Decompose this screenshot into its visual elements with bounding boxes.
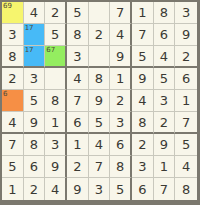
cell-value: 1 <box>73 138 81 151</box>
cell-value: 2 <box>160 116 168 129</box>
sudoku-cell[interactable]: 4 <box>2 112 24 134</box>
cell-value: 9 <box>51 160 59 173</box>
cell-value: 8 <box>51 94 59 107</box>
sudoku-cell[interactable]: 8 <box>175 178 197 200</box>
cell-value: 1 <box>182 94 190 107</box>
pencil-marks: 69 <box>3 2 12 10</box>
sudoku-cell[interactable]: 3 <box>110 112 132 134</box>
cell-value: 5 <box>73 6 81 19</box>
sudoku-cell[interactable]: 8 <box>154 2 176 24</box>
sudoku-cell[interactable]: 3 <box>132 156 154 178</box>
sudoku-cell[interactable]: 7 <box>154 178 176 200</box>
sudoku-cell[interactable]: 5 <box>132 46 154 68</box>
sudoku-cell[interactable]: 5 <box>110 178 132 200</box>
cell-value: 8 <box>116 160 124 173</box>
sudoku-cell[interactable]: 4 <box>24 2 46 24</box>
cell-value: 2 <box>116 94 124 107</box>
sudoku-cell[interactable]: 8 <box>132 112 154 134</box>
sudoku-cell[interactable] <box>89 2 111 24</box>
cell-value: 6 <box>116 138 124 151</box>
sudoku-cell[interactable]: 4 <box>45 178 67 200</box>
cell-value: 1 <box>160 160 168 173</box>
sudoku-cell[interactable]: 2 <box>110 90 132 112</box>
cell-value: 8 <box>8 50 16 63</box>
cell-value: 4 <box>51 183 59 196</box>
sudoku-cell[interactable]: 6 <box>154 24 176 46</box>
sudoku-cell[interactable]: 9 <box>24 112 46 134</box>
pencil-marks: 17 <box>25 24 34 32</box>
sudoku-cell[interactable]: 9 <box>110 46 132 68</box>
pencil-marks: 6 <box>3 90 7 98</box>
cell-value: 8 <box>138 116 146 129</box>
sudoku-cell[interactable]: 17 <box>24 46 46 68</box>
cell-value: 6 <box>138 183 146 196</box>
cell-value: 4 <box>182 160 190 173</box>
sudoku-cell[interactable]: 7 <box>67 90 89 112</box>
cell-value: 7 <box>8 138 16 151</box>
cell-value: 6 <box>160 28 168 41</box>
sudoku-cell[interactable]: 4 <box>67 68 89 90</box>
cell-value: 7 <box>95 160 103 173</box>
sudoku-cell[interactable]: 2 <box>89 24 111 46</box>
sudoku-cell[interactable]: 9 <box>132 68 154 90</box>
sudoku-cell[interactable]: 1 <box>110 68 132 90</box>
sudoku-cell[interactable]: 5 <box>175 134 197 156</box>
cell-value: 1 <box>116 72 124 85</box>
cell-value: 3 <box>51 138 59 151</box>
cell-value: 9 <box>138 72 146 85</box>
cell-value: 5 <box>8 160 16 173</box>
cell-value: 7 <box>182 116 190 129</box>
sudoku-cell[interactable]: 2 <box>154 112 176 134</box>
cell-value: 7 <box>116 6 124 19</box>
cell-value: 4 <box>8 116 16 129</box>
sudoku-cell[interactable]: 4 <box>132 90 154 112</box>
cell-value: 3 <box>160 94 168 107</box>
cell-value: 7 <box>160 183 168 196</box>
cell-value: 8 <box>182 183 190 196</box>
cell-value: 3 <box>73 50 81 63</box>
cell-value: 9 <box>182 28 190 41</box>
cell-value: 9 <box>160 138 168 151</box>
cell-value: 3 <box>138 160 146 173</box>
sudoku-cell[interactable]: 6 <box>175 68 197 90</box>
sudoku-cell[interactable]: 7 <box>132 24 154 46</box>
sudoku-cell[interactable]: 3 <box>2 24 24 46</box>
sudoku-cell[interactable]: 5 <box>24 90 46 112</box>
sudoku-cell[interactable]: 7 <box>110 2 132 24</box>
cell-value: 4 <box>30 6 38 19</box>
cell-value: 2 <box>8 72 16 85</box>
cell-value: 3 <box>30 72 38 85</box>
cell-value: 7 <box>138 28 146 41</box>
cell-value: 5 <box>95 116 103 129</box>
sudoku-cell[interactable]: 8 <box>110 156 132 178</box>
sudoku-cell[interactable]: 2 <box>45 2 67 24</box>
sudoku-cell[interactable]: 4 <box>175 156 197 178</box>
sudoku-cell[interactable]: 8 <box>67 24 89 46</box>
sudoku-cell[interactable]: 7 <box>175 112 197 134</box>
sudoku-cell[interactable]: 8 <box>24 134 46 156</box>
sudoku-cell[interactable]: 8 <box>45 90 67 112</box>
sudoku-cell[interactable]: 8 <box>2 46 24 68</box>
sudoku-cell[interactable] <box>89 46 111 68</box>
sudoku-cell[interactable]: 69 <box>2 2 24 24</box>
sudoku-cell[interactable]: 1 <box>154 156 176 178</box>
sudoku-cell[interactable]: 6 <box>24 156 46 178</box>
cell-value: 2 <box>73 160 81 173</box>
cell-value: 9 <box>30 116 38 129</box>
sudoku-cell[interactable]: 9 <box>175 24 197 46</box>
sudoku-cell[interactable]: 5 <box>45 24 67 46</box>
sudoku-board: 6942571833175824769817673954223481956658… <box>0 0 200 205</box>
sudoku-cell[interactable]: 1 <box>132 2 154 24</box>
cell-value: 5 <box>138 50 146 63</box>
cell-value: 9 <box>73 183 81 196</box>
sudoku-cell[interactable]: 3 <box>89 178 111 200</box>
sudoku-cell[interactable]: 1 <box>67 134 89 156</box>
cell-value: 4 <box>116 28 124 41</box>
sudoku-cell[interactable]: 2 <box>175 46 197 68</box>
sudoku-cell[interactable]: 6 <box>110 134 132 156</box>
cell-value: 2 <box>30 183 38 196</box>
cell-value: 5 <box>160 72 168 85</box>
sudoku-cell[interactable]: 7 <box>2 134 24 156</box>
cell-value: 4 <box>95 138 103 151</box>
sudoku-cell[interactable]: 6 <box>132 178 154 200</box>
cell-value: 9 <box>95 94 103 107</box>
cell-value: 2 <box>138 138 146 151</box>
sudoku-cell[interactable]: 8 <box>89 68 111 90</box>
sudoku-cell[interactable]: 1 <box>2 178 24 200</box>
cell-value: 8 <box>160 6 168 19</box>
sudoku-cell[interactable]: 5 <box>154 68 176 90</box>
sudoku-cell[interactable]: 3 <box>45 134 67 156</box>
cell-value: 5 <box>116 183 124 196</box>
cell-value: 5 <box>182 138 190 151</box>
sudoku-cell[interactable]: 4 <box>154 46 176 68</box>
cell-value: 6 <box>30 160 38 173</box>
sudoku-cell[interactable]: 6 <box>2 90 24 112</box>
sudoku-cell[interactable]: 3 <box>67 46 89 68</box>
sudoku-cell[interactable]: 2 <box>67 156 89 178</box>
sudoku-cell[interactable]: 9 <box>67 178 89 200</box>
sudoku-cell[interactable]: 5 <box>67 2 89 24</box>
cell-value: 3 <box>182 6 190 19</box>
cell-value: 2 <box>95 28 103 41</box>
cell-value: 8 <box>73 28 81 41</box>
cell-value: 3 <box>116 116 124 129</box>
sudoku-cell[interactable]: 4 <box>89 134 111 156</box>
sudoku-cell[interactable]: 17 <box>24 24 46 46</box>
cell-value: 6 <box>73 116 81 129</box>
sudoku-cell[interactable]: 7 <box>89 156 111 178</box>
cell-value: 1 <box>8 183 16 196</box>
sudoku-cell[interactable]: 2 <box>24 178 46 200</box>
sudoku-cell[interactable]: 1 <box>175 90 197 112</box>
cell-value: 6 <box>182 72 190 85</box>
sudoku-cell[interactable]: 67 <box>45 46 67 68</box>
cell-value: 9 <box>116 50 124 63</box>
sudoku-cell[interactable]: 2 <box>2 68 24 90</box>
cell-value: 3 <box>95 183 103 196</box>
cell-value: 3 <box>8 28 16 41</box>
sudoku-cell[interactable]: 9 <box>45 156 67 178</box>
cell-value: 4 <box>138 94 146 107</box>
cell-value: 8 <box>30 138 38 151</box>
cell-value: 5 <box>30 94 38 107</box>
sudoku-cell[interactable]: 6 <box>67 112 89 134</box>
sudoku-cell[interactable]: 3 <box>175 2 197 24</box>
cell-value: 4 <box>160 50 168 63</box>
sudoku-cell[interactable]: 9 <box>154 134 176 156</box>
cell-value: 8 <box>95 72 103 85</box>
cell-value: 2 <box>51 6 59 19</box>
pencil-marks: 17 <box>25 46 34 54</box>
sudoku-cell[interactable]: 4 <box>110 24 132 46</box>
sudoku-cell[interactable]: 3 <box>24 68 46 90</box>
cell-value: 4 <box>73 72 81 85</box>
cell-value: 2 <box>182 50 190 63</box>
pencil-marks: 67 <box>46 46 55 54</box>
sudoku-cell[interactable]: 5 <box>89 112 111 134</box>
sudoku-cell[interactable]: 2 <box>132 134 154 156</box>
sudoku-cell[interactable]: 9 <box>89 90 111 112</box>
cell-value: 1 <box>138 6 146 19</box>
sudoku-cell[interactable] <box>45 68 67 90</box>
cell-value: 7 <box>73 94 81 107</box>
cell-value: 1 <box>51 116 59 129</box>
sudoku-cell[interactable]: 3 <box>154 90 176 112</box>
sudoku-grid: 6942571833175824769817673954223481956658… <box>2 2 197 200</box>
sudoku-cell[interactable]: 5 <box>2 156 24 178</box>
cell-value: 5 <box>51 28 59 41</box>
sudoku-cell[interactable]: 1 <box>45 112 67 134</box>
